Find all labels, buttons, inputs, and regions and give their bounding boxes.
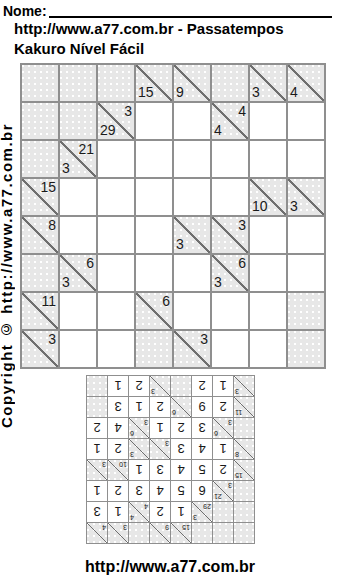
entry-cell[interactable]: [212, 293, 248, 329]
entry-cell[interactable]: [174, 293, 210, 329]
down-clue: 10: [119, 461, 127, 468]
solution-cell: 3: [129, 481, 149, 501]
across-clue: 8: [48, 218, 56, 233]
entry-cell[interactable]: [60, 331, 96, 367]
solution-cell: 2: [213, 460, 233, 480]
block-cell: [136, 331, 172, 367]
clue-cell: 4: [87, 523, 107, 543]
entry-cell[interactable]: [98, 331, 134, 367]
block-cell: [22, 65, 58, 101]
down-clue: 3: [102, 461, 106, 468]
entry-cell[interactable]: [98, 255, 134, 291]
solution-cell: 4: [171, 460, 191, 480]
clue-cell: 15: [234, 460, 254, 480]
across-clue: 6: [86, 256, 94, 271]
across-clue: 15: [235, 472, 243, 479]
block-cell: [98, 65, 134, 101]
across-clue: 11: [235, 409, 242, 416]
solution-cell: 4: [108, 418, 128, 438]
clue-cell: 3: [22, 331, 58, 367]
clue-cell: 4: [288, 65, 324, 101]
solution-cell: 2: [108, 439, 128, 459]
across-clue: 6: [214, 430, 218, 437]
block-cell: [234, 502, 254, 522]
down-clue: 3: [176, 237, 184, 252]
solution-cell: 2: [171, 418, 191, 438]
across-clue: 3: [193, 514, 197, 521]
solution-cell: 3: [108, 397, 128, 417]
down-clue: 3: [123, 524, 127, 531]
solution-cell: 1: [129, 397, 149, 417]
solution-cell: 3: [150, 460, 170, 480]
solution-cell: 4: [192, 439, 212, 459]
solution-cell: 2: [129, 376, 149, 396]
solution-cell: 1: [213, 439, 233, 459]
entry-cell[interactable]: [250, 331, 286, 367]
name-label: Nome:: [3, 3, 47, 19]
entry-cell[interactable]: [174, 255, 210, 291]
down-clue: 10: [252, 199, 268, 214]
kakuro-solution-grid: 1593432912441321365432115254311038143332…: [86, 375, 255, 544]
solution-cell: 1: [108, 376, 128, 396]
entry-cell[interactable]: [98, 217, 134, 253]
across-clue: 11: [41, 294, 56, 309]
block-cell: [87, 397, 107, 417]
clue-cell: 213: [213, 481, 233, 501]
down-clue: 29: [100, 123, 116, 138]
clue-cell: 3: [234, 376, 254, 396]
entry-cell[interactable]: [98, 141, 134, 177]
puzzle-title: Kakuro Nível Fácil: [14, 40, 144, 57]
block-cell: [129, 523, 149, 543]
solution-cell: 1: [213, 376, 233, 396]
entry-cell[interactable]: [212, 331, 248, 367]
solution-cell: 5: [171, 481, 191, 501]
down-clue: 3: [228, 419, 232, 426]
name-underline[interactable]: [49, 16, 332, 18]
across-clue: 21: [78, 142, 94, 157]
block-cell: [192, 523, 212, 543]
clue-cell: 15: [171, 523, 191, 543]
entry-cell[interactable]: [250, 103, 286, 139]
block-cell: [22, 255, 58, 291]
entry-cell[interactable]: [250, 293, 286, 329]
solution-cell: 5: [192, 460, 212, 480]
clue-cell: 44: [129, 502, 149, 522]
clue-cell: 63: [60, 255, 96, 291]
clue-cell: 15: [22, 179, 58, 215]
clue-cell: 10: [250, 179, 286, 215]
clue-cell: 3: [288, 179, 324, 215]
block-cell: [22, 103, 58, 139]
block-cell: [213, 502, 233, 522]
block-cell: [60, 103, 96, 139]
solution-cell: 6: [192, 481, 212, 501]
across-clue: 6: [238, 256, 246, 271]
down-clue: 4: [144, 503, 148, 510]
solution-cell: 2: [150, 502, 170, 522]
entry-cell[interactable]: [288, 255, 324, 291]
entry-cell[interactable]: [250, 217, 286, 253]
footer-url: http://www.a77.com.br: [0, 558, 340, 576]
down-clue: 4: [290, 85, 298, 100]
down-clue: 9: [165, 524, 169, 531]
solution-cell: 3: [192, 418, 212, 438]
across-clue: 3: [48, 332, 56, 347]
solution-cell: 2: [87, 418, 107, 438]
block-cell: [87, 376, 107, 396]
clue-cell: 63: [129, 418, 149, 438]
block-cell: [213, 523, 233, 543]
site-line: http://www.a77.com.br - Passatempos: [14, 20, 284, 37]
down-clue: 4: [214, 123, 222, 138]
entry-cell[interactable]: [98, 179, 134, 215]
down-clue: 9: [176, 85, 184, 100]
clue-cell: 8: [234, 439, 254, 459]
clue-cell: 3: [212, 217, 248, 253]
solution-cell: 3: [171, 439, 191, 459]
solution-cell: 1: [171, 502, 191, 522]
entry-cell[interactable]: [288, 141, 324, 177]
clue-cell: 3: [174, 217, 210, 253]
down-clue: 3: [290, 199, 298, 214]
block-cell: [288, 331, 324, 367]
across-clue: 3: [235, 388, 239, 395]
clue-cell: 9: [174, 65, 210, 101]
entry-cell[interactable]: [60, 217, 96, 253]
entry-cell[interactable]: [250, 141, 286, 177]
entry-cell[interactable]: [212, 141, 248, 177]
solution-cell: 2: [213, 397, 233, 417]
entry-cell[interactable]: [136, 103, 172, 139]
clue-cell: 6: [136, 293, 172, 329]
clue-cell: 329: [192, 502, 212, 522]
clue-cell: 8: [22, 217, 58, 253]
down-clue: 15: [138, 85, 154, 100]
block-cell: [234, 481, 254, 501]
clue-cell: 63: [213, 418, 233, 438]
entry-cell[interactable]: [136, 217, 172, 253]
solution-cell: 4: [150, 481, 170, 501]
solution-cell: 2: [192, 376, 212, 396]
clue-cell: 3: [150, 376, 170, 396]
entry-cell[interactable]: [250, 255, 286, 291]
clue-cell: 15: [136, 65, 172, 101]
across-clue: 6: [172, 409, 176, 416]
entry-cell[interactable]: [60, 293, 96, 329]
clue-cell: 44: [212, 103, 248, 139]
down-clue: 4: [102, 524, 106, 531]
across-clue: 3: [200, 332, 208, 347]
block-cell: [60, 65, 96, 101]
clue-cell: 3: [150, 439, 170, 459]
entry-cell[interactable]: [212, 179, 248, 215]
solution-cell: 9: [192, 397, 212, 417]
across-clue: 3: [124, 104, 132, 119]
solution-cell: 2: [150, 397, 170, 417]
down-clue: 3: [62, 161, 70, 176]
down-clue: 15: [182, 524, 190, 531]
down-clue: 3: [252, 85, 260, 100]
solution-cell: 1: [150, 418, 170, 438]
down-clue: 3: [165, 440, 169, 447]
clue-cell: 3: [129, 439, 149, 459]
across-clue: 15: [40, 180, 56, 195]
kakuro-puzzle-grid: 159343294421315103833636311633: [20, 63, 326, 369]
entry-cell[interactable]: [136, 255, 172, 291]
clue-cell: 3: [87, 460, 107, 480]
block-cell: [288, 293, 324, 329]
across-clue: 21: [214, 493, 222, 500]
clue-cell: 6: [171, 397, 191, 417]
clue-cell: 11: [22, 293, 58, 329]
across-clue: 4: [130, 514, 134, 521]
entry-cell[interactable]: [136, 141, 172, 177]
clue-cell: 63: [212, 255, 248, 291]
down-clue: 3: [144, 419, 148, 426]
across-clue: 6: [130, 430, 134, 437]
solution-cell: 1: [108, 502, 128, 522]
across-clue: 3: [151, 388, 155, 395]
clue-cell: 11: [234, 397, 254, 417]
entry-cell[interactable]: [174, 103, 210, 139]
block-cell: [171, 376, 191, 396]
entry-cell[interactable]: [174, 141, 210, 177]
clue-cell: 9: [150, 523, 170, 543]
entry-cell[interactable]: [60, 179, 96, 215]
clue-cell: 3: [108, 523, 128, 543]
block-cell: [234, 523, 254, 543]
entry-cell[interactable]: [288, 103, 324, 139]
solution-cell: 1: [129, 460, 149, 480]
down-clue: 29: [203, 503, 211, 510]
clue-cell: 329: [98, 103, 134, 139]
solution-cell: 2: [108, 481, 128, 501]
entry-cell[interactable]: [288, 217, 324, 253]
solution-cell: 3: [87, 502, 107, 522]
down-clue: 3: [62, 275, 70, 290]
entry-cell[interactable]: [98, 293, 134, 329]
across-clue: 3: [130, 451, 134, 458]
clue-cell: 10: [108, 460, 128, 480]
block-cell: [212, 65, 248, 101]
name-row: Nome:: [3, 3, 332, 19]
entry-cell[interactable]: [174, 179, 210, 215]
solution-cell: 1: [87, 439, 107, 459]
clue-cell: 3: [174, 331, 210, 367]
block-cell: [234, 418, 254, 438]
down-clue: 3: [228, 482, 232, 489]
down-clue: 3: [214, 275, 222, 290]
clue-cell: 213: [60, 141, 96, 177]
across-clue: 6: [162, 294, 170, 309]
clue-cell: 3: [250, 65, 286, 101]
block-cell: [22, 141, 58, 177]
solution-cell: 1: [87, 481, 107, 501]
across-clue: 4: [238, 104, 246, 119]
copyright-text: Copyright © http://www.a77.com.br: [0, 56, 15, 428]
entry-cell[interactable]: [136, 179, 172, 215]
across-clue: 3: [238, 218, 246, 233]
across-clue: 8: [235, 451, 239, 458]
